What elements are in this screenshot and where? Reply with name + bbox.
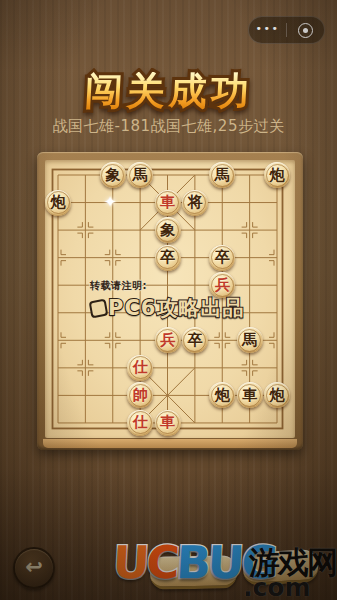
piece-black-卒[interactable]: 卒 — [209, 245, 235, 271]
piece-red-車[interactable]: 車 — [155, 190, 181, 216]
piece-red-仕[interactable]: 仕 — [127, 410, 153, 436]
piece-black-馬[interactable]: 馬 — [127, 162, 153, 188]
piece-red-兵[interactable]: 兵 — [155, 327, 181, 353]
footer-button-2[interactable] — [242, 549, 319, 586]
piece-black-卒[interactable]: 卒 — [155, 245, 181, 271]
piece-red-車[interactable]: 車 — [155, 410, 181, 436]
level-subtitle: 战国七雄-181战国七雄,25步过关 — [0, 117, 337, 136]
ellipsis-icon: ••• — [256, 23, 280, 34]
app-screen: 象馬馬炮炮車将象卒卒兵兵卒馬仕帥炮車炮仕車 ✦ ••• 闯关成功 闯关成功 战国… — [0, 0, 337, 600]
piece-black-象[interactable]: 象 — [100, 162, 126, 188]
piece-black-車[interactable]: 車 — [237, 382, 263, 408]
piece-black-炮[interactable]: 炮 — [45, 190, 71, 216]
piece-black-将[interactable]: 将 — [182, 190, 208, 216]
close-minimize-button[interactable] — [287, 17, 324, 43]
board-front-edge — [43, 439, 297, 448]
ucbug-letter: U — [112, 540, 148, 585]
piece-black-卒[interactable]: 卒 — [182, 327, 208, 353]
more-button[interactable]: ••• — [249, 17, 286, 43]
piece-black-馬[interactable]: 馬 — [237, 327, 263, 353]
page-title: 闯关成功 闯关成功 — [0, 72, 337, 110]
target-circle-icon — [298, 23, 313, 38]
footer-button-1[interactable] — [150, 555, 238, 590]
back-arrow-icon: ↩ — [25, 557, 43, 578]
piece-black-炮[interactable]: 炮 — [264, 162, 290, 188]
back-button[interactable]: ↩ — [13, 547, 55, 589]
piece-red-仕[interactable]: 仕 — [127, 355, 153, 381]
piece-black-象[interactable]: 象 — [155, 217, 181, 243]
wechat-capsule: ••• — [248, 16, 325, 44]
